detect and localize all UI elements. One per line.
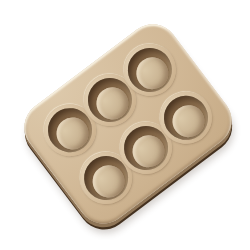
cup-bottom xyxy=(130,51,175,96)
muffin-pan xyxy=(14,14,242,234)
cup-bottom xyxy=(50,111,95,156)
cup-bottom xyxy=(90,81,135,126)
cup-bottom xyxy=(126,129,171,174)
cup-bottom xyxy=(166,99,211,144)
product-photo xyxy=(0,0,250,250)
cup-bottom xyxy=(86,159,131,204)
